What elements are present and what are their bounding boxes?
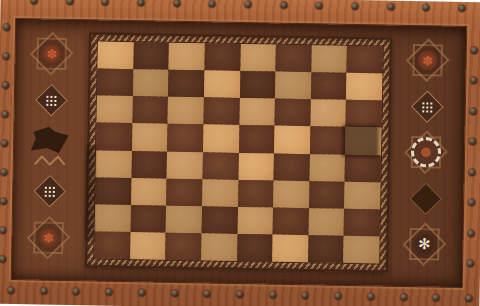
square-e8[interactable] [240,44,276,72]
square-f1[interactable] [272,234,308,262]
square-d8[interactable] [204,43,240,71]
square-f2[interactable] [273,207,309,235]
stud [465,295,472,302]
square-g5[interactable] [310,127,346,155]
square-g7[interactable] [311,72,347,100]
square-a4[interactable] [96,150,132,178]
stain-patch [342,125,379,158]
square-f4[interactable] [274,153,310,181]
square-h7[interactable] [346,73,382,101]
square-e6[interactable] [239,98,275,126]
square-b2[interactable] [130,205,166,233]
ornament-diamond-dots [411,90,444,123]
stud [171,290,178,297]
stud [138,289,145,296]
square-e1[interactable] [237,234,273,262]
square-d1[interactable] [201,233,237,261]
stud [269,292,276,299]
square-c8[interactable] [169,43,205,71]
stud [1,169,8,176]
checkerboard [94,42,383,264]
photo-background: ✽✽ ✽✻ [0,0,480,306]
square-g4[interactable] [309,154,345,182]
square-b8[interactable] [133,42,169,70]
stud [0,198,7,205]
ornament-column-right: ✽✻ [388,39,464,266]
stud [468,230,475,237]
square-d4[interactable] [202,152,238,180]
square-h2[interactable] [344,209,380,237]
square-c7[interactable] [168,70,204,98]
square-a3[interactable] [95,177,131,205]
square-g3[interactable] [309,181,345,209]
square-g8[interactable] [311,45,347,73]
stud [8,287,15,294]
square-d6[interactable] [203,98,239,126]
ornament-diamond-dots [33,175,66,208]
stud [66,0,73,5]
square-a6[interactable] [97,96,133,124]
stud [40,288,47,295]
stud [3,24,10,31]
stud [352,3,359,10]
stud [280,2,287,9]
square-a8[interactable] [97,42,133,70]
ornament-star-pearl-ring [403,131,450,174]
square-e3[interactable] [238,180,274,208]
stud [467,260,474,267]
square-h1[interactable] [343,236,379,264]
stud [236,291,243,298]
stud [1,140,8,147]
square-f3[interactable] [273,180,309,208]
stud [469,169,476,176]
square-g1[interactable] [308,235,344,263]
square-c3[interactable] [166,178,202,206]
ornament-star-red-rosette: ✽ [28,32,75,75]
square-g2[interactable] [308,208,344,236]
square-d3[interactable] [202,179,238,207]
square-b6[interactable] [132,96,168,124]
stud [387,4,394,11]
square-b1[interactable] [130,232,166,260]
ornament-star-red-rosette: ✽ [25,216,72,259]
square-c4[interactable] [167,151,203,179]
ornament-star-red-rosette: ✽ [404,39,451,82]
ornament-diamond-dots [35,84,68,117]
stud [470,108,477,115]
square-d7[interactable] [204,70,240,98]
stud [367,293,374,300]
square-a1[interactable] [94,231,130,259]
square-a2[interactable] [95,204,131,232]
ornament-diamond-plain [409,182,442,215]
square-f6[interactable] [275,99,311,127]
ornament-column-left: ✽✽ [11,32,89,259]
square-a7[interactable] [97,69,133,97]
square-b7[interactable] [133,69,169,97]
square-b4[interactable] [131,151,167,179]
stud [2,111,9,118]
square-f5[interactable] [274,126,310,154]
square-g6[interactable] [310,99,346,127]
square-e5[interactable] [239,125,275,153]
square-h8[interactable] [347,46,383,74]
square-e2[interactable] [237,207,273,235]
square-e4[interactable] [238,152,274,180]
square-h3[interactable] [344,181,380,209]
square-c2[interactable] [166,205,202,233]
square-h4[interactable] [345,154,381,182]
square-d2[interactable] [201,206,237,234]
square-c1[interactable] [165,233,201,261]
square-f8[interactable] [276,45,312,73]
square-d5[interactable] [203,125,239,153]
square-c5[interactable] [167,124,203,152]
square-h6[interactable] [346,100,382,128]
stain-streak [84,145,96,240]
square-e7[interactable] [239,71,275,99]
square-f7[interactable] [275,72,311,100]
ornament-damaged-carving [30,126,71,166]
board-photo: ✽✽ ✽✻ [0,0,480,306]
stud [173,0,180,7]
square-a5[interactable] [96,123,132,151]
square-b5[interactable] [132,123,168,151]
stud [245,1,252,8]
ornament-star-pearl-flower: ✻ [401,223,448,266]
square-c6[interactable] [168,97,204,125]
square-b3[interactable] [131,178,167,206]
stud [2,82,9,89]
stud [400,294,407,301]
